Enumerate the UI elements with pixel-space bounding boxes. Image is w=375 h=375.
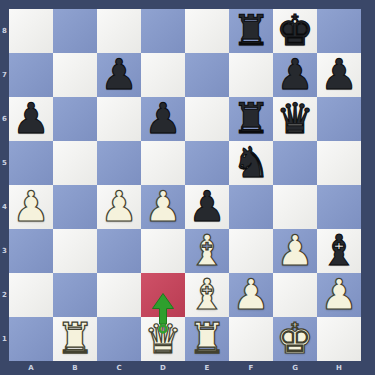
square-a1[interactable]: [9, 317, 53, 361]
square-h3[interactable]: ♝: [317, 229, 361, 273]
square-f4[interactable]: [229, 185, 273, 229]
square-e5[interactable]: [185, 141, 229, 185]
piece-white-bishop-e2[interactable]: ♝: [185, 273, 229, 317]
square-f6[interactable]: ♜: [229, 97, 273, 141]
square-h1[interactable]: [317, 317, 361, 361]
square-d4[interactable]: ♟: [141, 185, 185, 229]
piece-white-pawn-f2[interactable]: ♟: [229, 273, 273, 317]
piece-black-rook-f8[interactable]: ♜: [229, 9, 273, 53]
square-h4[interactable]: [317, 185, 361, 229]
file-label-b: B: [53, 361, 97, 375]
square-g1[interactable]: ♚: [273, 317, 317, 361]
square-f3[interactable]: [229, 229, 273, 273]
piece-black-knight-f5[interactable]: ♞: [229, 141, 273, 185]
square-e7[interactable]: [185, 53, 229, 97]
rank-label-2: 2: [0, 273, 9, 317]
square-f2[interactable]: ♟: [229, 273, 273, 317]
piece-black-king-g8[interactable]: ♚: [273, 9, 317, 53]
piece-black-pawn-h7[interactable]: ♟: [317, 53, 361, 97]
square-f7[interactable]: [229, 53, 273, 97]
piece-white-pawn-c4[interactable]: ♟: [97, 185, 141, 229]
square-c8[interactable]: [97, 9, 141, 53]
file-label-d: D: [141, 361, 185, 375]
piece-black-pawn-a6[interactable]: ♟: [9, 97, 53, 141]
chess-board: ♜♚♟♟♟♟♟♜♛♞♟♟♟♟♝♟♝♝♟♟♜♛♜♚: [9, 9, 361, 361]
square-g8[interactable]: ♚: [273, 9, 317, 53]
square-g5[interactable]: [273, 141, 317, 185]
square-f1[interactable]: [229, 317, 273, 361]
piece-white-rook-e1[interactable]: ♜: [185, 317, 229, 361]
square-e1[interactable]: ♜: [185, 317, 229, 361]
piece-black-pawn-g7[interactable]: ♟: [273, 53, 317, 97]
square-a8[interactable]: [9, 9, 53, 53]
square-c7[interactable]: ♟: [97, 53, 141, 97]
file-label-c: C: [97, 361, 141, 375]
square-b2[interactable]: [53, 273, 97, 317]
square-b7[interactable]: [53, 53, 97, 97]
square-d1[interactable]: ♛: [141, 317, 185, 361]
square-h6[interactable]: [317, 97, 361, 141]
square-e3[interactable]: ♝: [185, 229, 229, 273]
square-g6[interactable]: ♛: [273, 97, 317, 141]
square-g3[interactable]: ♟: [273, 229, 317, 273]
rank-label-5: 5: [0, 141, 9, 185]
square-e2[interactable]: ♝: [185, 273, 229, 317]
square-d5[interactable]: [141, 141, 185, 185]
piece-white-king-g1[interactable]: ♚: [273, 317, 317, 361]
square-b1[interactable]: ♜: [53, 317, 97, 361]
piece-white-pawn-a4[interactable]: ♟: [9, 185, 53, 229]
square-b5[interactable]: [53, 141, 97, 185]
square-d8[interactable]: [141, 9, 185, 53]
piece-black-queen-g6[interactable]: ♛: [273, 97, 317, 141]
square-d3[interactable]: [141, 229, 185, 273]
square-c2[interactable]: [97, 273, 141, 317]
rank-label-1: 1: [0, 317, 9, 361]
square-f8[interactable]: ♜: [229, 9, 273, 53]
piece-white-pawn-g3[interactable]: ♟: [273, 229, 317, 273]
piece-black-pawn-d6[interactable]: ♟: [141, 97, 185, 141]
piece-black-pawn-e4[interactable]: ♟: [185, 185, 229, 229]
square-c1[interactable]: [97, 317, 141, 361]
piece-black-rook-f6[interactable]: ♜: [229, 97, 273, 141]
square-a4[interactable]: ♟: [9, 185, 53, 229]
piece-white-pawn-h2[interactable]: ♟: [317, 273, 361, 317]
rank-label-8: 8: [0, 9, 9, 53]
square-a5[interactable]: [9, 141, 53, 185]
file-label-f: F: [229, 361, 273, 375]
square-e4[interactable]: ♟: [185, 185, 229, 229]
square-c5[interactable]: [97, 141, 141, 185]
piece-black-bishop-h3[interactable]: ♝: [317, 229, 361, 273]
square-d6[interactable]: ♟: [141, 97, 185, 141]
file-label-g: G: [273, 361, 317, 375]
piece-white-pawn-d4[interactable]: ♟: [141, 185, 185, 229]
square-h7[interactable]: ♟: [317, 53, 361, 97]
square-b6[interactable]: [53, 97, 97, 141]
piece-white-bishop-e3[interactable]: ♝: [185, 229, 229, 273]
square-a3[interactable]: [9, 229, 53, 273]
square-b3[interactable]: [53, 229, 97, 273]
square-a2[interactable]: [9, 273, 53, 317]
file-label-e: E: [185, 361, 229, 375]
piece-white-rook-b1[interactable]: ♜: [53, 317, 97, 361]
chess-board-container: ♜♚♟♟♟♟♟♜♛♞♟♟♟♟♝♟♝♝♟♟♜♛♜♚ 87654321 ABCDEF…: [0, 0, 375, 375]
piece-white-queen-d1[interactable]: ♛: [141, 317, 185, 361]
square-a6[interactable]: ♟: [9, 97, 53, 141]
rank-label-3: 3: [0, 229, 9, 273]
square-h5[interactable]: [317, 141, 361, 185]
file-labels: ABCDEFGH: [9, 361, 361, 375]
square-g4[interactable]: [273, 185, 317, 229]
square-d7[interactable]: [141, 53, 185, 97]
square-d2[interactable]: [141, 273, 185, 317]
square-g2[interactable]: [273, 273, 317, 317]
square-b4[interactable]: [53, 185, 97, 229]
square-c4[interactable]: ♟: [97, 185, 141, 229]
square-a7[interactable]: [9, 53, 53, 97]
square-f5[interactable]: ♞: [229, 141, 273, 185]
piece-black-pawn-c7[interactable]: ♟: [97, 53, 141, 97]
file-label-a: A: [9, 361, 53, 375]
rank-labels: 87654321: [0, 9, 9, 361]
rank-label-4: 4: [0, 185, 9, 229]
square-b8[interactable]: [53, 9, 97, 53]
square-c6[interactable]: [97, 97, 141, 141]
square-e8[interactable]: [185, 9, 229, 53]
square-e6[interactable]: [185, 97, 229, 141]
square-c3[interactable]: [97, 229, 141, 273]
rank-label-6: 6: [0, 97, 9, 141]
square-h8[interactable]: [317, 9, 361, 53]
file-label-h: H: [317, 361, 361, 375]
square-h2[interactable]: ♟: [317, 273, 361, 317]
square-g7[interactable]: ♟: [273, 53, 317, 97]
rank-label-7: 7: [0, 53, 9, 97]
